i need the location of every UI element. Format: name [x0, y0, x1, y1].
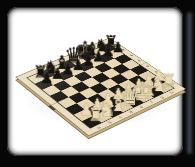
photo-border-tint [187, 12, 192, 154]
photo-frame: abcdefgh 87654321 ♜♞♟♝♟♚♟♛♟♝♟♞♟♟♜♟♟♜♟♟♞♟… [0, 0, 195, 167]
